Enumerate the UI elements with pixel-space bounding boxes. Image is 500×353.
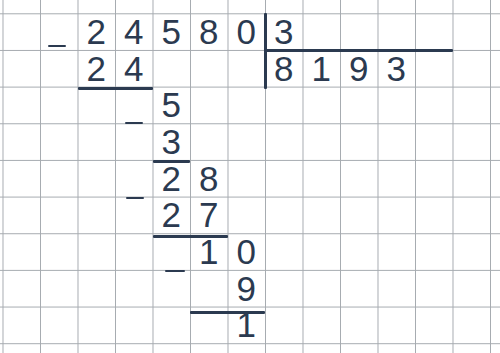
digit-cell: 2 [153, 160, 191, 197]
digit-cell: 5 [153, 87, 191, 124]
squared-paper: 2458032481935328271091 [0, 0, 500, 353]
digit-cell: 0 [228, 13, 266, 50]
digit-cell: 3 [378, 50, 416, 87]
digit-cell: 2 [78, 50, 116, 87]
digits-layer: 2458032481935328271091 [3, 13, 491, 343]
digit-cell: 1 [228, 307, 266, 344]
digit-cell: 9 [228, 270, 266, 307]
digit-cell: 9 [340, 50, 378, 87]
digit-cell: 1 [303, 50, 341, 87]
digit-cell: 8 [265, 50, 303, 87]
digit-cell: 2 [153, 197, 191, 234]
digit-cell: 3 [265, 13, 303, 50]
digit-cell: 1 [190, 233, 228, 270]
digit-cell: 8 [190, 160, 228, 197]
digit-cell: 3 [153, 123, 191, 160]
digit-cell: 5 [153, 13, 191, 50]
digit-cell: 2 [78, 13, 116, 50]
digit-cell: 8 [190, 13, 228, 50]
digit-cell: 0 [228, 233, 266, 270]
digit-cell: 4 [115, 50, 153, 87]
digit-cell: 4 [115, 13, 153, 50]
digit-cell: 7 [190, 197, 228, 234]
